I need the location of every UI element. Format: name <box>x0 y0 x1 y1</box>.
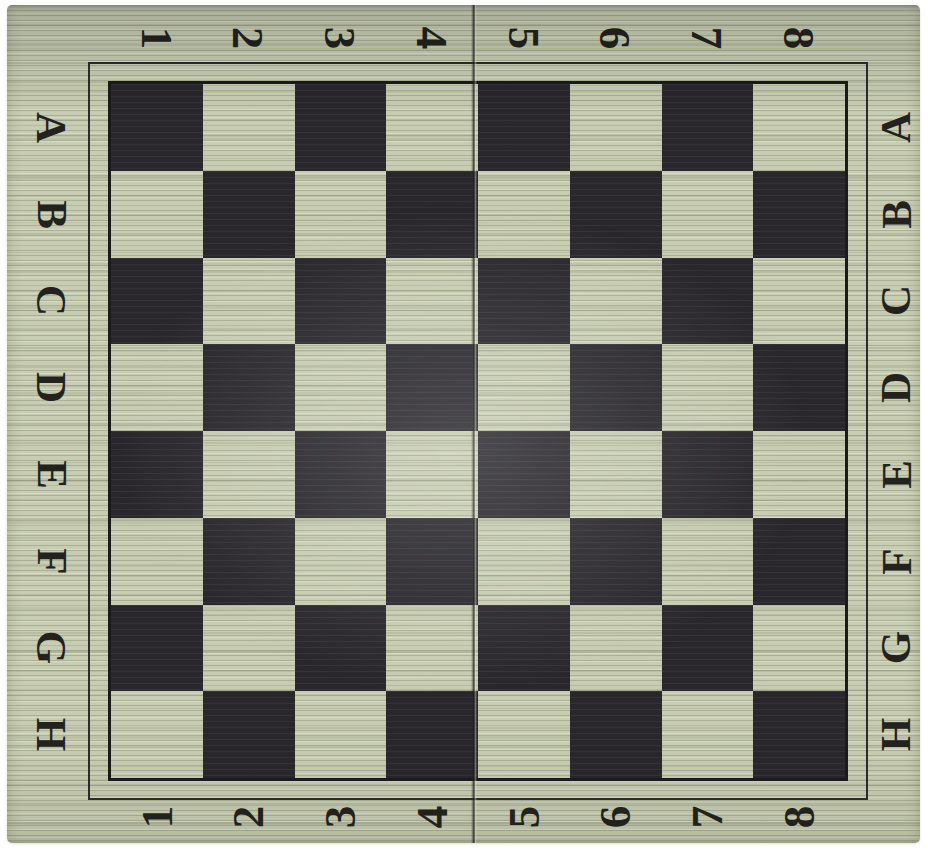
square-H8[interactable] <box>753 691 845 778</box>
square-D5[interactable] <box>478 344 570 431</box>
coord-label: 3 <box>314 806 366 829</box>
square-E3[interactable] <box>295 431 387 518</box>
coord-label: B <box>872 200 921 229</box>
square-F4[interactable] <box>386 518 478 605</box>
square-E4[interactable] <box>386 431 478 518</box>
square-A7[interactable] <box>662 84 754 171</box>
coord-right-F: F <box>861 518 928 605</box>
coord-bottom-5: 5 <box>478 789 570 845</box>
coord-label: 4 <box>406 27 458 50</box>
square-F6[interactable] <box>570 518 662 605</box>
coord-label: 5 <box>498 27 550 50</box>
coord-label: H <box>871 718 920 751</box>
coord-top-2: 2 <box>203 13 295 63</box>
coord-label: 8 <box>773 27 825 50</box>
square-E5[interactable] <box>478 431 570 518</box>
square-A5[interactable] <box>478 84 570 171</box>
square-H6[interactable] <box>570 691 662 778</box>
square-E1[interactable] <box>111 431 203 518</box>
coord-left-B: B <box>17 171 87 258</box>
coords-left: ABCDEFGH <box>17 84 87 778</box>
square-D3[interactable] <box>295 344 387 431</box>
square-D2[interactable] <box>203 344 295 431</box>
square-E8[interactable] <box>753 431 845 518</box>
coord-label: D <box>28 372 77 403</box>
coord-label: C <box>872 285 921 316</box>
square-B5[interactable] <box>478 171 570 258</box>
square-D4[interactable] <box>386 344 478 431</box>
coord-left-C: C <box>17 258 87 345</box>
square-E2[interactable] <box>203 431 295 518</box>
coord-label: 5 <box>498 806 550 829</box>
square-A4[interactable] <box>386 84 478 171</box>
square-C6[interactable] <box>570 258 662 345</box>
playing-field <box>108 81 848 781</box>
square-C8[interactable] <box>753 258 845 345</box>
coord-label: C <box>28 285 77 316</box>
coord-left-D: D <box>17 344 87 431</box>
coord-top-7: 7 <box>662 13 754 63</box>
square-G6[interactable] <box>570 605 662 692</box>
square-C3[interactable] <box>295 258 387 345</box>
coord-label: A <box>28 112 77 143</box>
product-photo-stage: 12345678 12345678 ABCDEFGH ABCDEFGH <box>0 0 928 851</box>
coord-label: H <box>27 718 76 751</box>
coord-top-3: 3 <box>295 13 387 63</box>
coord-bottom-8: 8 <box>753 789 845 845</box>
folding-chessboard: 12345678 12345678 ABCDEFGH ABCDEFGH <box>7 5 920 843</box>
square-C1[interactable] <box>111 258 203 345</box>
square-E6[interactable] <box>570 431 662 518</box>
square-D1[interactable] <box>111 344 203 431</box>
coords-top: 12345678 <box>111 13 845 63</box>
coord-right-A: A <box>861 84 928 171</box>
coord-top-1: 1 <box>111 13 203 63</box>
coord-label: 2 <box>223 27 275 50</box>
coord-bottom-1: 1 <box>111 789 203 845</box>
coord-right-H: H <box>861 691 928 778</box>
coord-label: D <box>872 372 921 403</box>
coord-label: A <box>872 112 921 143</box>
coord-label: 3 <box>314 27 366 50</box>
coord-left-H: H <box>17 691 87 778</box>
coord-bottom-7: 7 <box>662 789 754 845</box>
square-H5[interactable] <box>478 691 570 778</box>
coord-label: 1 <box>131 27 183 50</box>
coord-label: 7 <box>681 27 733 50</box>
coord-left-E: E <box>17 431 87 518</box>
coord-label: G <box>27 631 76 664</box>
coord-label: F <box>872 548 921 574</box>
square-H7[interactable] <box>662 691 754 778</box>
coord-bottom-3: 3 <box>295 789 387 845</box>
square-F8[interactable] <box>753 518 845 605</box>
coord-bottom-4: 4 <box>386 789 478 845</box>
square-G7[interactable] <box>662 605 754 692</box>
coord-label: 7 <box>681 806 733 829</box>
square-H2[interactable] <box>203 691 295 778</box>
square-G3[interactable] <box>295 605 387 692</box>
coord-bottom-2: 2 <box>203 789 295 845</box>
coord-left-F: F <box>17 518 87 605</box>
square-A1[interactable] <box>111 84 203 171</box>
square-B7[interactable] <box>662 171 754 258</box>
coord-top-5: 5 <box>478 13 570 63</box>
square-D6[interactable] <box>570 344 662 431</box>
square-F2[interactable] <box>203 518 295 605</box>
square-G1[interactable] <box>111 605 203 692</box>
coord-label: 8 <box>773 806 825 829</box>
coord-right-G: G <box>861 605 928 692</box>
square-B4[interactable] <box>386 171 478 258</box>
coord-label: B <box>28 200 77 229</box>
square-G4[interactable] <box>386 605 478 692</box>
coord-label: E <box>872 460 921 489</box>
square-B2[interactable] <box>203 171 295 258</box>
square-H3[interactable] <box>295 691 387 778</box>
square-C7[interactable] <box>662 258 754 345</box>
square-A3[interactable] <box>295 84 387 171</box>
coord-label: E <box>28 460 77 489</box>
fold-seam <box>471 5 477 843</box>
square-F5[interactable] <box>478 518 570 605</box>
square-H4[interactable] <box>386 691 478 778</box>
coord-label: G <box>871 631 920 664</box>
coord-right-B: B <box>861 171 928 258</box>
square-F1[interactable] <box>111 518 203 605</box>
square-B8[interactable] <box>753 171 845 258</box>
coord-left-A: A <box>17 84 87 171</box>
square-B3[interactable] <box>295 171 387 258</box>
coord-top-6: 6 <box>570 13 662 63</box>
square-B1[interactable] <box>111 171 203 258</box>
square-C5[interactable] <box>478 258 570 345</box>
coord-label: 6 <box>590 806 642 829</box>
square-B6[interactable] <box>570 171 662 258</box>
square-A6[interactable] <box>570 84 662 171</box>
coord-bottom-6: 6 <box>570 789 662 845</box>
square-H1[interactable] <box>111 691 203 778</box>
coords-bottom: 12345678 <box>111 789 845 845</box>
square-A8[interactable] <box>753 84 845 171</box>
coord-label: 6 <box>590 27 642 50</box>
square-D8[interactable] <box>753 344 845 431</box>
coord-right-C: C <box>861 258 928 345</box>
square-C2[interactable] <box>203 258 295 345</box>
square-C4[interactable] <box>386 258 478 345</box>
coord-right-E: E <box>861 431 928 518</box>
coord-right-D: D <box>861 344 928 431</box>
coord-top-4: 4 <box>386 13 478 63</box>
coord-top-8: 8 <box>753 13 845 63</box>
square-F7[interactable] <box>662 518 754 605</box>
coord-label: 1 <box>131 806 183 829</box>
coord-label: 4 <box>406 806 458 829</box>
coord-label: 2 <box>223 806 275 829</box>
square-G2[interactable] <box>203 605 295 692</box>
square-G8[interactable] <box>753 605 845 692</box>
square-A2[interactable] <box>203 84 295 171</box>
square-D7[interactable] <box>662 344 754 431</box>
square-E7[interactable] <box>662 431 754 518</box>
coord-left-G: G <box>17 605 87 692</box>
square-F3[interactable] <box>295 518 387 605</box>
square-G5[interactable] <box>478 605 570 692</box>
coord-label: F <box>28 548 77 574</box>
coords-right: ABCDEFGH <box>861 84 928 778</box>
